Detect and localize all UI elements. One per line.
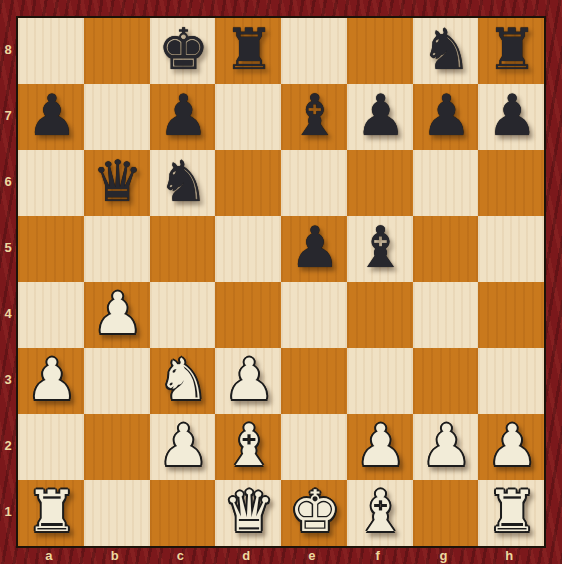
- black-rook[interactable]: ♜: [487, 21, 538, 78]
- square-a4[interactable]: [18, 282, 84, 348]
- square-h6[interactable]: [478, 150, 544, 216]
- square-g8[interactable]: ♞: [413, 18, 479, 84]
- square-g1[interactable]: [413, 480, 479, 546]
- square-b6[interactable]: ♛: [84, 150, 150, 216]
- rank-label-7: 7: [0, 82, 16, 148]
- white-pawn[interactable]: ♟: [26, 351, 77, 408]
- square-d5[interactable]: [215, 216, 281, 282]
- black-pawn[interactable]: ♟: [355, 87, 406, 144]
- square-h7[interactable]: ♟: [478, 84, 544, 150]
- black-pawn[interactable]: ♟: [158, 87, 209, 144]
- rank-label-8: 8: [0, 16, 16, 82]
- white-pawn[interactable]: ♟: [487, 417, 538, 474]
- black-rook[interactable]: ♜: [224, 21, 275, 78]
- square-b2[interactable]: [84, 414, 150, 480]
- square-d1[interactable]: ♛: [215, 480, 281, 546]
- square-f2[interactable]: ♟: [347, 414, 413, 480]
- square-b4[interactable]: ♟: [84, 282, 150, 348]
- chess-diagram: ♚♜♞♜♟♟♝♟♟♟♛♞♟♝♟♟♞♟♟♝♟♟♟♜♛♚♝♜ 87654321 ab…: [0, 0, 562, 564]
- file-label-f: f: [345, 546, 411, 564]
- black-king[interactable]: ♚: [158, 21, 209, 78]
- rank-label-5: 5: [0, 214, 16, 280]
- chess-board: ♚♜♞♜♟♟♝♟♟♟♛♞♟♝♟♟♞♟♟♝♟♟♟♜♛♚♝♜: [16, 16, 546, 548]
- file-label-d: d: [213, 546, 279, 564]
- file-labels: abcdefgh: [16, 546, 546, 564]
- square-e6[interactable]: [281, 150, 347, 216]
- black-bishop[interactable]: ♝: [355, 219, 406, 276]
- square-c4[interactable]: [150, 282, 216, 348]
- square-a8[interactable]: [18, 18, 84, 84]
- square-c3[interactable]: ♞: [150, 348, 216, 414]
- white-queen[interactable]: ♛: [224, 483, 275, 540]
- square-c6[interactable]: ♞: [150, 150, 216, 216]
- rank-labels: 87654321: [0, 16, 16, 546]
- rank-label-6: 6: [0, 148, 16, 214]
- square-h5[interactable]: [478, 216, 544, 282]
- square-a7[interactable]: ♟: [18, 84, 84, 150]
- square-b8[interactable]: [84, 18, 150, 84]
- white-rook[interactable]: ♜: [26, 483, 77, 540]
- white-pawn[interactable]: ♟: [92, 285, 143, 342]
- square-b1[interactable]: [84, 480, 150, 546]
- square-h1[interactable]: ♜: [478, 480, 544, 546]
- square-h3[interactable]: [478, 348, 544, 414]
- file-label-a: a: [16, 546, 82, 564]
- black-pawn[interactable]: ♟: [487, 87, 538, 144]
- square-e1[interactable]: ♚: [281, 480, 347, 546]
- square-h8[interactable]: ♜: [478, 18, 544, 84]
- square-b3[interactable]: [84, 348, 150, 414]
- square-g3[interactable]: [413, 348, 479, 414]
- black-knight[interactable]: ♞: [421, 21, 472, 78]
- rank-label-2: 2: [0, 412, 16, 478]
- square-c2[interactable]: ♟: [150, 414, 216, 480]
- white-pawn[interactable]: ♟: [355, 417, 406, 474]
- square-c7[interactable]: ♟: [150, 84, 216, 150]
- rank-label-1: 1: [0, 478, 16, 544]
- square-e5[interactable]: ♟: [281, 216, 347, 282]
- square-f3[interactable]: [347, 348, 413, 414]
- file-label-h: h: [476, 546, 542, 564]
- square-b7[interactable]: [84, 84, 150, 150]
- file-label-g: g: [411, 546, 477, 564]
- white-pawn[interactable]: ♟: [421, 417, 472, 474]
- square-a2[interactable]: [18, 414, 84, 480]
- square-g2[interactable]: ♟: [413, 414, 479, 480]
- file-label-b: b: [82, 546, 148, 564]
- square-f6[interactable]: [347, 150, 413, 216]
- square-d7[interactable]: [215, 84, 281, 150]
- square-g4[interactable]: [413, 282, 479, 348]
- square-c5[interactable]: [150, 216, 216, 282]
- square-d2[interactable]: ♝: [215, 414, 281, 480]
- square-d4[interactable]: [215, 282, 281, 348]
- square-d3[interactable]: ♟: [215, 348, 281, 414]
- square-g6[interactable]: [413, 150, 479, 216]
- square-g7[interactable]: ♟: [413, 84, 479, 150]
- white-knight[interactable]: ♞: [158, 351, 209, 408]
- black-pawn[interactable]: ♟: [26, 87, 77, 144]
- square-d8[interactable]: ♜: [215, 18, 281, 84]
- square-f8[interactable]: [347, 18, 413, 84]
- square-c8[interactable]: ♚: [150, 18, 216, 84]
- square-e8[interactable]: [281, 18, 347, 84]
- square-e2[interactable]: [281, 414, 347, 480]
- square-h2[interactable]: ♟: [478, 414, 544, 480]
- black-queen[interactable]: ♛: [92, 153, 143, 210]
- black-bishop[interactable]: ♝: [289, 87, 340, 144]
- square-e3[interactable]: [281, 348, 347, 414]
- square-e4[interactable]: [281, 282, 347, 348]
- square-a6[interactable]: [18, 150, 84, 216]
- square-e7[interactable]: ♝: [281, 84, 347, 150]
- black-pawn[interactable]: ♟: [289, 219, 340, 276]
- white-pawn[interactable]: ♟: [158, 417, 209, 474]
- square-a1[interactable]: ♜: [18, 480, 84, 546]
- rank-label-3: 3: [0, 346, 16, 412]
- file-label-e: e: [279, 546, 345, 564]
- square-b5[interactable]: [84, 216, 150, 282]
- square-g5[interactable]: [413, 216, 479, 282]
- square-f4[interactable]: [347, 282, 413, 348]
- square-a3[interactable]: ♟: [18, 348, 84, 414]
- rank-label-4: 4: [0, 280, 16, 346]
- square-f5[interactable]: ♝: [347, 216, 413, 282]
- square-a5[interactable]: [18, 216, 84, 282]
- white-rook[interactable]: ♜: [487, 483, 538, 540]
- white-bishop[interactable]: ♝: [224, 417, 275, 474]
- black-knight[interactable]: ♞: [158, 153, 209, 210]
- white-pawn[interactable]: ♟: [224, 351, 275, 408]
- square-f1[interactable]: ♝: [347, 480, 413, 546]
- square-f7[interactable]: ♟: [347, 84, 413, 150]
- square-d6[interactable]: [215, 150, 281, 216]
- black-pawn[interactable]: ♟: [421, 87, 472, 144]
- square-c1[interactable]: [150, 480, 216, 546]
- white-king[interactable]: ♚: [289, 483, 340, 540]
- white-bishop[interactable]: ♝: [355, 483, 406, 540]
- square-h4[interactable]: [478, 282, 544, 348]
- file-label-c: c: [148, 546, 214, 564]
